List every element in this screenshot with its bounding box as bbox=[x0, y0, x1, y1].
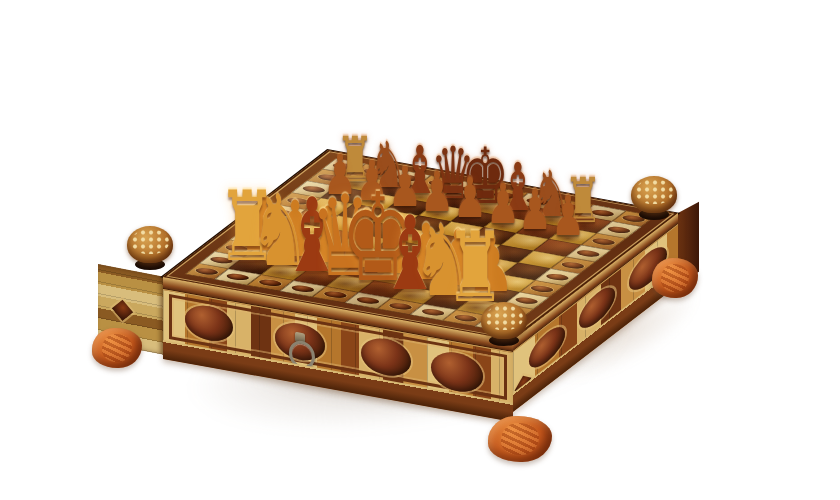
cabochon-inlay bbox=[431, 348, 483, 395]
piece-white-rook[interactable]: ♜ bbox=[444, 244, 507, 314]
rook-glyph: ♜ bbox=[445, 219, 505, 316]
corner-knob-right bbox=[631, 176, 677, 220]
claw-foot-front bbox=[488, 416, 552, 462]
pawn-glyph: ♟ bbox=[518, 182, 552, 237]
piece-black-pawn[interactable]: ♟ bbox=[517, 196, 553, 236]
rosette-knob-icon bbox=[631, 176, 677, 213]
cabochon-inlay bbox=[185, 302, 233, 345]
scene: ♜♞♝♛♚♝♞♜♟♟♟♟♟♟♟♟♟♟♟♟♟♟♟♟♜♞♝♛♚♝♞♜ bbox=[0, 0, 840, 500]
piece-black-pawn[interactable]: ♟ bbox=[550, 202, 586, 242]
cabochon-inlay bbox=[361, 335, 411, 380]
claw-foot-right bbox=[652, 258, 698, 298]
rosette-knob-icon bbox=[127, 226, 173, 263]
claw-foot-left bbox=[92, 328, 142, 368]
corner-knob-left bbox=[127, 226, 173, 270]
diamond-inlay bbox=[112, 300, 133, 321]
pawn-glyph: ♟ bbox=[551, 188, 585, 243]
